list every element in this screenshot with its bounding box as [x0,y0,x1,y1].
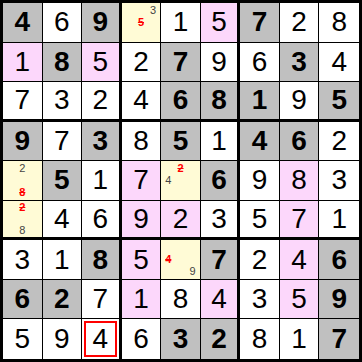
cell-r7c7[interactable]: 2 [240,240,280,280]
cell-r5c2[interactable]: 5 [43,161,83,201]
given-digit: 2 [54,285,70,313]
cell-r1c4[interactable]: 35 [122,3,162,43]
given-digit: 4 [252,127,268,155]
cell-r2c7[interactable]: 6 [240,43,280,83]
cell-r7c8[interactable]: 4 [280,240,320,280]
cell-r4c6[interactable]: 1 [201,122,241,162]
given-digit: 1 [252,86,268,114]
entered-digit: 7 [14,86,30,114]
candidate-mark-eliminated: 2 [16,202,28,214]
cell-r4c7[interactable]: 4 [240,122,280,162]
cell-r6c6[interactable]: 3 [201,201,241,241]
cell-r7c1[interactable]: 3 [3,240,43,280]
given-digit: 7 [173,48,189,76]
candidate-marks: 24 [162,162,199,199]
cell-r4c5[interactable]: 5 [161,122,201,162]
given-digit: 9 [331,285,347,313]
cell-r7c3[interactable]: 8 [82,240,122,280]
cell-r7c5[interactable]: 49 [161,240,201,280]
entered-digit: 9 [291,86,307,114]
cell-r5c4[interactable]: 7 [122,161,162,201]
cell-r5c3[interactable]: 1 [82,161,122,201]
cell-r5c8[interactable]: 8 [280,161,320,201]
given-digit: 5 [54,166,70,194]
entered-digit: 7 [54,127,70,155]
entered-digit: 5 [133,246,149,274]
entered-digit: 3 [14,246,30,274]
entered-digit: 8 [133,127,149,155]
given-digit: 8 [211,86,227,114]
entered-digit: 4 [133,86,149,114]
cell-r8c7[interactable]: 3 [240,280,280,320]
entered-digit: 8 [291,166,307,194]
given-digit: 4 [14,8,30,36]
cell-r1c3[interactable]: 9 [82,3,122,43]
entered-digit: 3 [331,166,347,194]
entered-digit: 6 [93,205,109,233]
cell-r6c7[interactable]: 5 [240,201,280,241]
cell-r9c2[interactable]: 9 [43,319,83,359]
cell-r5c1[interactable]: 28 [3,161,43,201]
candidate-mark: 4 [162,174,174,186]
cell-r9c3[interactable]: 4 [82,319,122,359]
cell-r2c3[interactable]: 5 [82,43,122,83]
entered-digit: 1 [331,205,347,233]
cell-r2c4[interactable]: 2 [122,43,162,83]
entered-digit: 8 [173,285,189,313]
cell-r6c3[interactable]: 6 [82,201,122,241]
entered-digit: 1 [173,8,189,36]
entered-digit: 2 [133,48,149,76]
given-digit: 6 [14,285,30,313]
entered-digit: 1 [133,285,149,313]
candidate-mark: 2 [16,162,28,174]
cell-r7c9[interactable]: 6 [319,240,359,280]
cell-r9c8[interactable]: 1 [280,319,320,359]
cell-r3c8[interactable]: 9 [280,82,320,122]
given-digit: 6 [331,246,347,274]
given-digit: 3 [173,325,189,353]
cell-r8c1[interactable]: 6 [3,280,43,320]
given-digit: 8 [54,48,70,76]
entered-digit: 2 [252,246,268,274]
cell-r5c9[interactable]: 3 [319,161,359,201]
candidate-marks: 49 [162,241,199,278]
candidate-marks: 28 [4,162,41,199]
cell-r8c9[interactable]: 9 [319,280,359,320]
entered-digit: 9 [54,325,70,353]
given-digit: 7 [331,325,347,353]
entered-digit: 4 [331,48,347,76]
cell-r7c2[interactable]: 1 [43,240,83,280]
cell-r4c8[interactable]: 6 [280,122,320,162]
entered-digit: 5 [291,285,307,313]
candidate-mark-eliminated: 8 [16,187,28,199]
cell-r8c8[interactable]: 5 [280,280,320,320]
entered-digit: 3 [211,205,227,233]
entered-digit: 6 [252,48,268,76]
cell-r4c3[interactable]: 3 [82,122,122,162]
entered-digit: 1 [14,48,30,76]
candidate-marks: 28 [4,202,41,237]
entered-digit: 7 [93,285,109,313]
cell-r1c5[interactable]: 1 [161,3,201,43]
entered-digit: 7 [133,166,149,194]
cell-r9c9[interactable]: 7 [319,319,359,359]
cell-r2c1[interactable]: 1 [3,43,43,83]
entered-digit: 1 [211,127,227,155]
candidate-marks: 35 [123,4,160,41]
given-digit: 5 [173,127,189,155]
candidate-mark-eliminated: 5 [135,16,147,28]
cell-r4c9[interactable]: 2 [319,122,359,162]
cell-r4c4[interactable]: 8 [122,122,162,162]
cell-r8c6[interactable]: 4 [201,280,241,320]
cell-r6c4[interactable]: 9 [122,201,162,241]
entered-digit: 4 [93,325,109,353]
entered-digit: 8 [331,8,347,36]
given-digit: 5 [331,86,347,114]
cell-r2c5[interactable]: 7 [161,43,201,83]
given-digit: 6 [173,86,189,114]
entered-digit: 3 [54,86,70,114]
cell-r7c4[interactable]: 5 [122,240,162,280]
given-digit: 6 [211,166,227,194]
given-digit: 7 [211,246,227,274]
given-digit: 3 [93,127,109,155]
cell-r9c4[interactable]: 6 [122,319,162,359]
cell-r3c7[interactable]: 1 [240,82,280,122]
entered-digit: 6 [133,325,149,353]
cell-r9c5[interactable]: 3 [161,319,201,359]
candidate-mark-eliminated: 2 [174,162,186,174]
cell-r3c4[interactable]: 4 [122,82,162,122]
cell-r6c5[interactable]: 2 [161,201,201,241]
cell-r4c2[interactable]: 7 [43,122,83,162]
cell-r9c6[interactable]: 2 [201,319,241,359]
cell-r6c8[interactable]: 7 [280,201,320,241]
cell-r5c6[interactable]: 6 [201,161,241,201]
cell-r8c3[interactable]: 7 [82,280,122,320]
cell-r1c8[interactable]: 2 [280,3,320,43]
cell-r5c5[interactable]: 24 [161,161,201,201]
entered-digit: 4 [211,285,227,313]
cell-r8c4[interactable]: 1 [122,280,162,320]
cell-r8c2[interactable]: 2 [43,280,83,320]
entered-digit: 9 [133,205,149,233]
sudoku-board: 4693515728185279634732468195973851462285… [0,0,362,362]
entered-digit: 1 [54,246,70,274]
candidate-mark: 3 [147,4,159,16]
given-digit: 8 [93,246,109,274]
cell-r3c6[interactable]: 8 [201,82,241,122]
candidate-mark: 9 [187,266,199,278]
cell-r1c9[interactable]: 8 [319,3,359,43]
entered-digit: 7 [291,205,307,233]
cell-r4c1[interactable]: 9 [3,122,43,162]
entered-digit: 5 [14,325,30,353]
entered-digit: 6 [54,8,70,36]
cell-r8c5[interactable]: 8 [161,280,201,320]
entered-digit: 5 [93,48,109,76]
given-digit: 9 [93,8,109,36]
cell-r6c1[interactable]: 28 [3,201,43,241]
cell-r3c9[interactable]: 5 [319,82,359,122]
cell-r3c5[interactable]: 6 [161,82,201,122]
given-digit: 7 [252,8,268,36]
cell-r3c2[interactable]: 3 [43,82,83,122]
entered-digit: 1 [93,166,109,194]
entered-digit: 5 [211,8,227,36]
entered-digit: 9 [211,48,227,76]
cell-r9c1[interactable]: 5 [3,319,43,359]
entered-digit: 2 [331,127,347,155]
cell-r6c2[interactable]: 4 [43,201,83,241]
given-digit: 9 [14,127,30,155]
entered-digit: 2 [93,86,109,114]
cell-r3c3[interactable]: 2 [82,82,122,122]
cell-r9c7[interactable]: 8 [240,319,280,359]
entered-digit: 2 [291,8,307,36]
cell-r2c9[interactable]: 4 [319,43,359,83]
given-digit: 6 [291,127,307,155]
cell-r2c8[interactable]: 3 [280,43,320,83]
given-digit: 3 [291,48,307,76]
cell-r1c1[interactable]: 4 [3,3,43,43]
cell-r2c6[interactable]: 9 [201,43,241,83]
entered-digit: 9 [252,166,268,194]
cell-r1c6[interactable]: 5 [201,3,241,43]
given-digit: 2 [211,325,227,353]
candidate-mark-eliminated: 4 [162,254,174,266]
cell-r1c7[interactable]: 7 [240,3,280,43]
entered-digit: 4 [54,205,70,233]
entered-digit: 4 [291,246,307,274]
entered-digit: 5 [252,205,268,233]
cell-r2c2[interactable]: 8 [43,43,83,83]
cell-r6c9[interactable]: 1 [319,201,359,241]
cell-r1c2[interactable]: 6 [43,3,83,43]
entered-digit: 1 [291,325,307,353]
cell-r5c7[interactable]: 9 [240,161,280,201]
entered-digit: 2 [173,205,189,233]
entered-digit: 8 [252,325,268,353]
cell-r3c1[interactable]: 7 [3,82,43,122]
candidate-mark: 8 [16,225,28,237]
cell-r7c6[interactable]: 7 [201,240,241,280]
entered-digit: 3 [252,285,268,313]
